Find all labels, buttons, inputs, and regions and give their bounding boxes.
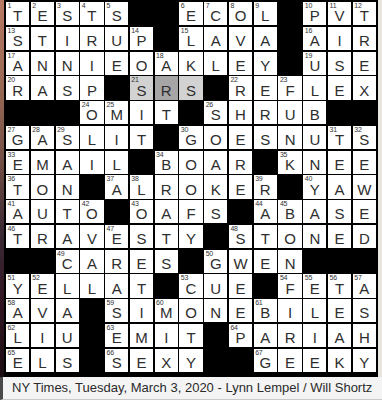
- grid-cell[interactable]: A: [155, 200, 178, 223]
- grid-cell[interactable]: M: [130, 324, 153, 347]
- black-cell: [105, 76, 128, 99]
- cell-letter: T: [6, 182, 29, 198]
- grid-cell[interactable]: N: [303, 151, 326, 174]
- cell-letter: Y: [303, 182, 326, 198]
- grid-cell[interactable]: N: [56, 52, 79, 75]
- grid-cell[interactable]: 24O: [80, 101, 103, 124]
- grid-cell[interactable]: E: [254, 250, 277, 273]
- grid-cell[interactable]: W: [353, 175, 376, 198]
- grid-cell[interactable]: 7C: [204, 2, 227, 25]
- cell-letter: E: [229, 305, 252, 321]
- grid-cell[interactable]: 17A: [6, 52, 29, 75]
- grid-cell[interactable]: Y: [353, 349, 376, 372]
- grid-cell[interactable]: U: [56, 324, 79, 347]
- cell-letter: U: [31, 206, 54, 222]
- crossword-grid: 1T2E3S4T5S6E7C8O9L10P11V12T13STIRU14P15L…: [4, 0, 378, 377]
- grid-cell[interactable]: 61B: [254, 299, 277, 322]
- grid-cell[interactable]: R: [31, 225, 54, 248]
- grid-cell[interactable]: 13S: [6, 27, 29, 50]
- cell-letter: E: [105, 330, 128, 346]
- grid-cell[interactable]: Y: [179, 349, 202, 372]
- grid-cell[interactable]: K: [328, 349, 351, 372]
- black-cell: [278, 27, 301, 50]
- grid-cell[interactable]: 5S: [105, 2, 128, 25]
- cell-letter: C: [179, 281, 202, 297]
- grid-cell[interactable]: 1T: [6, 2, 29, 25]
- black-cell: [155, 2, 178, 25]
- cell-letter: E: [229, 58, 252, 74]
- cell-letter: L: [6, 330, 29, 346]
- grid-cell[interactable]: 59S: [105, 299, 128, 322]
- grid-cell[interactable]: I: [130, 101, 153, 124]
- cell-letter: U: [303, 58, 326, 74]
- grid-cell[interactable]: 34B: [155, 151, 178, 174]
- cell-letter: I: [130, 107, 153, 123]
- grid-cell[interactable]: E: [130, 349, 153, 372]
- cell-letter: F: [278, 83, 301, 99]
- grid-cell[interactable]: 14P: [130, 27, 153, 50]
- cell-letter: L: [31, 355, 54, 371]
- cell-letter: I: [130, 305, 153, 321]
- grid-cell[interactable]: 18A: [155, 52, 178, 75]
- cell-letter: T: [254, 231, 277, 247]
- grid-cell[interactable]: N: [56, 175, 79, 198]
- cell-letter: N: [303, 231, 326, 247]
- grid-cell[interactable]: A: [204, 151, 227, 174]
- grid-cell[interactable]: 60M: [155, 299, 178, 322]
- cell-letter: E: [328, 305, 351, 321]
- cell-letter: S: [56, 132, 79, 148]
- grid-cell[interactable]: 23F: [278, 76, 301, 99]
- cell-letter: A: [6, 206, 29, 222]
- grid-cell[interactable]: 51Y: [6, 274, 29, 297]
- grid-cell[interactable]: A: [56, 151, 79, 174]
- grid-cell[interactable]: N: [31, 52, 54, 75]
- grid-cell[interactable]: 11V: [328, 2, 351, 25]
- grid-cell[interactable]: 54F: [278, 274, 301, 297]
- grid-cell[interactable]: L: [80, 274, 103, 297]
- black-cell: [179, 250, 202, 273]
- grid-cell[interactable]: E: [278, 349, 301, 372]
- grid-cell[interactable]: V: [80, 225, 103, 248]
- grid-cell[interactable]: L: [56, 274, 79, 297]
- grid-cell[interactable]: L: [105, 151, 128, 174]
- grid-cell[interactable]: 12T: [353, 2, 376, 25]
- grid-cell[interactable]: 2E: [31, 2, 54, 25]
- cell-letter: A: [155, 58, 178, 74]
- grid-cell[interactable]: R: [353, 27, 376, 50]
- grid-cell[interactable]: U: [105, 27, 128, 50]
- grid-cell[interactable]: M: [31, 151, 54, 174]
- cell-letter: N: [204, 305, 227, 321]
- grid-cell[interactable]: 30G: [179, 126, 202, 149]
- grid-cell[interactable]: 4T: [80, 2, 103, 25]
- grid-cell[interactable]: E: [328, 76, 351, 99]
- grid-cell[interactable]: A: [80, 250, 103, 273]
- grid-cell[interactable]: R: [155, 76, 178, 99]
- grid-cell[interactable]: E: [229, 299, 252, 322]
- cell-letter: O: [179, 182, 202, 198]
- cell-letter: M: [105, 107, 128, 123]
- cell-letter: R: [254, 182, 277, 198]
- grid-cell[interactable]: E: [353, 151, 376, 174]
- cell-letter: Y: [179, 355, 202, 371]
- grid-cell[interactable]: V: [229, 27, 252, 50]
- grid-cell[interactable]: R: [80, 27, 103, 50]
- grid-cell[interactable]: I: [56, 27, 79, 50]
- grid-cell[interactable]: O: [278, 225, 301, 248]
- grid-cell[interactable]: 8O: [229, 2, 252, 25]
- cell-letter: K: [278, 157, 301, 173]
- cell-letter: O: [229, 8, 252, 24]
- cell-letter: G: [179, 132, 202, 148]
- black-cell: [353, 101, 376, 124]
- cell-letter: L: [80, 132, 103, 148]
- grid-cell[interactable]: 62L: [6, 324, 29, 347]
- cell-letter: R: [229, 157, 252, 173]
- grid-cell[interactable]: A: [105, 274, 128, 297]
- grid-cell[interactable]: A: [56, 299, 79, 322]
- grid-cell[interactable]: A: [254, 324, 277, 347]
- cell-letter: T: [328, 281, 351, 297]
- grid-cell[interactable]: 33E: [6, 151, 29, 174]
- grid-cell[interactable]: 19U: [303, 52, 326, 75]
- grid-cell[interactable]: L: [80, 126, 103, 149]
- grid-cell[interactable]: U: [204, 274, 227, 297]
- black-cell: [155, 274, 178, 297]
- grid-cell[interactable]: L: [303, 76, 326, 99]
- black-cell: [328, 250, 351, 273]
- grid-cell[interactable]: 53C: [179, 274, 202, 297]
- cell-letter: A: [31, 132, 54, 148]
- grid-cell[interactable]: L: [204, 52, 227, 75]
- cell-letter: A: [105, 182, 128, 198]
- cell-letter: B: [278, 206, 301, 222]
- cell-letter: S: [254, 132, 277, 148]
- black-cell: [155, 126, 178, 149]
- grid-cell[interactable]: 35K: [278, 151, 301, 174]
- cell-letter: E: [130, 355, 153, 371]
- cell-letter: E: [303, 355, 326, 371]
- grid-cell[interactable]: D: [353, 225, 376, 248]
- cell-letter: X: [353, 83, 376, 99]
- cell-letter: A: [303, 33, 326, 49]
- cell-letter: A: [254, 33, 277, 49]
- cell-letter: K: [328, 355, 351, 371]
- grid-cell[interactable]: R: [155, 175, 178, 198]
- grid-cell[interactable]: E: [303, 349, 326, 372]
- grid-cell[interactable]: 39R: [254, 175, 277, 198]
- grid-cell[interactable]: I: [278, 299, 301, 322]
- grid-cell[interactable]: S: [328, 52, 351, 75]
- grid-cell[interactable]: 50G: [204, 250, 227, 273]
- grid-cell[interactable]: 42O: [80, 200, 103, 223]
- cell-letter: A: [328, 182, 351, 198]
- grid-cell[interactable]: 47E: [105, 225, 128, 248]
- grid-cell[interactable]: E: [105, 52, 128, 75]
- grid-cell[interactable]: 22R: [229, 76, 252, 99]
- grid-cell[interactable]: K: [204, 175, 227, 198]
- cell-letter: K: [204, 182, 227, 198]
- grid-cell[interactable]: 67G: [254, 349, 277, 372]
- grid-cell[interactable]: 45B: [278, 200, 301, 223]
- grid-cell[interactable]: A: [204, 27, 227, 50]
- grid-cell[interactable]: 56T: [328, 274, 351, 297]
- grid-cell[interactable]: N: [303, 225, 326, 248]
- grid-cell[interactable]: 32S: [353, 126, 376, 149]
- cell-letter: S: [105, 305, 128, 321]
- cell-letter: P: [303, 8, 326, 24]
- cell-letter: B: [155, 157, 178, 173]
- grid-cell[interactable]: 58A: [6, 299, 29, 322]
- grid-cell[interactable]: R: [105, 250, 128, 273]
- grid-cell[interactable]: E: [353, 200, 376, 223]
- cell-letter: E: [105, 58, 128, 74]
- grid-cell[interactable]: 55E: [303, 274, 326, 297]
- grid-cell[interactable]: 64P: [229, 324, 252, 347]
- grid-cell[interactable]: I: [80, 151, 103, 174]
- grid-cell[interactable]: N: [278, 126, 301, 149]
- cell-letter: I: [328, 33, 351, 49]
- grid-cell[interactable]: T: [130, 274, 153, 297]
- cell-letter: R: [155, 83, 178, 99]
- grid-cell[interactable]: 48S: [229, 225, 252, 248]
- cell-letter: U: [278, 107, 301, 123]
- grid-cell[interactable]: X: [155, 349, 178, 372]
- cell-letter: C: [56, 256, 79, 272]
- grid-cell[interactable]: L: [303, 299, 326, 322]
- grid-cell[interactable]: 25M: [105, 101, 128, 124]
- grid-cell[interactable]: A: [328, 324, 351, 347]
- grid-cell[interactable]: V: [31, 299, 54, 322]
- cell-letter: I: [303, 330, 326, 346]
- grid-cell[interactable]: 16A: [303, 27, 326, 50]
- grid-cell[interactable]: 27G: [6, 126, 29, 149]
- grid-cell[interactable]: S: [254, 126, 277, 149]
- grid-cell[interactable]: T: [155, 101, 178, 124]
- grid-cell[interactable]: I: [303, 324, 326, 347]
- grid-cell[interactable]: S: [155, 250, 178, 273]
- grid-cell[interactable]: O: [179, 151, 202, 174]
- grid-cell[interactable]: 38L: [130, 175, 153, 198]
- grid-cell[interactable]: Y: [254, 52, 277, 75]
- grid-cell[interactable]: H: [353, 324, 376, 347]
- grid-cell[interactable]: 9L: [254, 2, 277, 25]
- grid-cell[interactable]: S: [328, 200, 351, 223]
- cell-letter: O: [278, 231, 301, 247]
- grid-cell[interactable]: 20R: [6, 76, 29, 99]
- grid-cell[interactable]: O: [179, 175, 202, 198]
- grid-cell[interactable]: 28A: [31, 126, 54, 149]
- grid-cell[interactable]: T: [155, 225, 178, 248]
- cell-letter: L: [303, 305, 326, 321]
- grid-cell[interactable]: A: [254, 27, 277, 50]
- cell-letter: E: [31, 8, 54, 24]
- grid-cell[interactable]: L: [31, 349, 54, 372]
- grid-cell[interactable]: I: [80, 52, 103, 75]
- grid-cell[interactable]: 44A: [254, 200, 277, 223]
- black-cell: [80, 299, 103, 322]
- grid-cell[interactable]: E: [229, 274, 252, 297]
- grid-cell[interactable]: 40Y: [303, 175, 326, 198]
- cell-letter: G: [6, 132, 29, 148]
- black-cell: [353, 250, 376, 273]
- grid-cell[interactable]: 57A: [353, 274, 376, 297]
- cell-letter: O: [31, 182, 54, 198]
- cell-letter: H: [229, 107, 252, 123]
- grid-cell[interactable]: R: [278, 324, 301, 347]
- grid-cell[interactable]: T: [130, 126, 153, 149]
- grid-cell[interactable]: S: [179, 76, 202, 99]
- grid-cell[interactable]: 29S: [56, 126, 79, 149]
- grid-cell[interactable]: 26S: [204, 101, 227, 124]
- grid-cell[interactable]: I: [105, 126, 128, 149]
- grid-cell[interactable]: 31T: [328, 126, 351, 149]
- grid-cell[interactable]: K: [179, 52, 202, 75]
- cell-letter: A: [6, 305, 29, 321]
- cell-letter: F: [278, 281, 301, 297]
- cell-letter: I: [80, 58, 103, 74]
- grid-cell[interactable]: 10P: [303, 2, 326, 25]
- grid-cell[interactable]: 46T: [6, 225, 29, 248]
- grid-cell[interactable]: H: [229, 101, 252, 124]
- grid-cell[interactable]: S: [56, 76, 79, 99]
- black-cell: [204, 225, 227, 248]
- grid-cell[interactable]: O: [31, 175, 54, 198]
- cell-letter: L: [105, 157, 128, 173]
- grid-cell[interactable]: I: [155, 324, 178, 347]
- grid-cell[interactable]: S: [353, 299, 376, 322]
- grid-cell[interactable]: 52E: [31, 274, 54, 297]
- grid-cell[interactable]: P: [80, 76, 103, 99]
- grid-cell[interactable]: 49C: [56, 250, 79, 273]
- grid-cell[interactable]: E: [229, 52, 252, 75]
- grid-cell[interactable]: E: [130, 250, 153, 273]
- grid-cell[interactable]: E: [229, 126, 252, 149]
- grid-cell[interactable]: E: [328, 151, 351, 174]
- grid-cell[interactable]: A: [31, 76, 54, 99]
- black-cell: [204, 324, 227, 347]
- grid-cell[interactable]: 43O: [130, 200, 153, 223]
- cell-letter: I: [80, 157, 103, 173]
- grid-cell[interactable]: E: [353, 52, 376, 75]
- black-cell: [105, 200, 128, 223]
- grid-cell[interactable]: O: [130, 52, 153, 75]
- grid-cell[interactable]: S: [130, 225, 153, 248]
- cell-letter: E: [353, 58, 376, 74]
- grid-cell[interactable]: 3S: [56, 2, 79, 25]
- cell-letter: M: [155, 305, 178, 321]
- black-cell: [179, 101, 202, 124]
- cell-letter: I: [105, 132, 128, 148]
- grid-cell[interactable]: T: [254, 225, 277, 248]
- cell-letter: C: [204, 8, 227, 24]
- grid-cell[interactable]: I: [328, 27, 351, 50]
- cell-letter: U: [56, 330, 79, 346]
- grid-cell[interactable]: 15L: [179, 27, 202, 50]
- cell-letter: L: [204, 58, 227, 74]
- grid-cell[interactable]: T: [56, 200, 79, 223]
- grid-cell[interactable]: Y: [179, 225, 202, 248]
- cell-letter: N: [31, 58, 54, 74]
- cell-letter: V: [328, 8, 351, 24]
- grid-cell[interactable]: 66S: [105, 349, 128, 372]
- grid-cell[interactable]: W: [229, 250, 252, 273]
- cell-letter: L: [56, 281, 79, 297]
- cell-letter: S: [353, 305, 376, 321]
- grid-cell[interactable]: E: [328, 299, 351, 322]
- cell-letter: O: [179, 305, 202, 321]
- grid-cell[interactable]: 65E: [6, 349, 29, 372]
- grid-cell[interactable]: A: [328, 175, 351, 198]
- grid-cell[interactable]: N: [278, 250, 301, 273]
- cell-letter: V: [80, 231, 103, 247]
- grid-cell[interactable]: 6E: [179, 2, 202, 25]
- grid-cell[interactable]: 37A: [105, 175, 128, 198]
- grid-cell[interactable]: E: [229, 175, 252, 198]
- cell-letter: T: [130, 132, 153, 148]
- grid-cell[interactable]: T: [31, 27, 54, 50]
- black-cell: [229, 200, 252, 223]
- cell-letter: S: [353, 132, 376, 148]
- grid-cell[interactable]: F: [179, 200, 202, 223]
- grid-cell[interactable]: B: [303, 101, 326, 124]
- black-cell: [6, 101, 29, 124]
- cell-letter: U: [105, 33, 128, 49]
- grid-cell[interactable]: O: [179, 299, 202, 322]
- grid-cell[interactable]: U: [278, 101, 301, 124]
- black-cell: [278, 52, 301, 75]
- grid-cell[interactable]: O: [204, 126, 227, 149]
- grid-cell[interactable]: U: [31, 200, 54, 223]
- grid-cell[interactable]: 36T: [6, 175, 29, 198]
- grid-cell[interactable]: E: [328, 225, 351, 248]
- cell-letter: R: [6, 83, 29, 99]
- black-cell: [155, 27, 178, 50]
- cell-letter: E: [6, 157, 29, 173]
- cell-letter: O: [80, 206, 103, 222]
- cell-letter: I: [155, 330, 178, 346]
- grid-cell[interactable]: S: [204, 200, 227, 223]
- grid-cell[interactable]: E: [254, 76, 277, 99]
- grid-cell[interactable]: A: [303, 200, 326, 223]
- grid-cell[interactable]: X: [353, 76, 376, 99]
- grid-cell[interactable]: S: [56, 349, 79, 372]
- cell-letter: A: [56, 157, 79, 173]
- grid-cell[interactable]: 63E: [105, 324, 128, 347]
- cell-letter: E: [229, 132, 252, 148]
- grid-cell[interactable]: R: [229, 151, 252, 174]
- cell-letter: T: [56, 206, 79, 222]
- cell-letter: O: [179, 157, 202, 173]
- black-cell: [31, 101, 54, 124]
- cell-letter: I: [56, 33, 79, 49]
- grid-cell[interactable]: U: [303, 126, 326, 149]
- grid-cell[interactable]: T: [179, 324, 202, 347]
- grid-cell[interactable]: 41A: [6, 200, 29, 223]
- cell-letter: D: [353, 231, 376, 247]
- cell-letter: T: [328, 132, 351, 148]
- grid-cell[interactable]: R: [254, 101, 277, 124]
- grid-cell[interactable]: I: [130, 299, 153, 322]
- grid-cell[interactable]: A: [56, 225, 79, 248]
- grid-cell[interactable]: I: [31, 324, 54, 347]
- cell-letter: A: [56, 231, 79, 247]
- grid-cell[interactable]: 21S: [130, 76, 153, 99]
- cell-letter: L: [80, 281, 103, 297]
- grid-cell[interactable]: N: [204, 299, 227, 322]
- cell-letter: L: [130, 182, 153, 198]
